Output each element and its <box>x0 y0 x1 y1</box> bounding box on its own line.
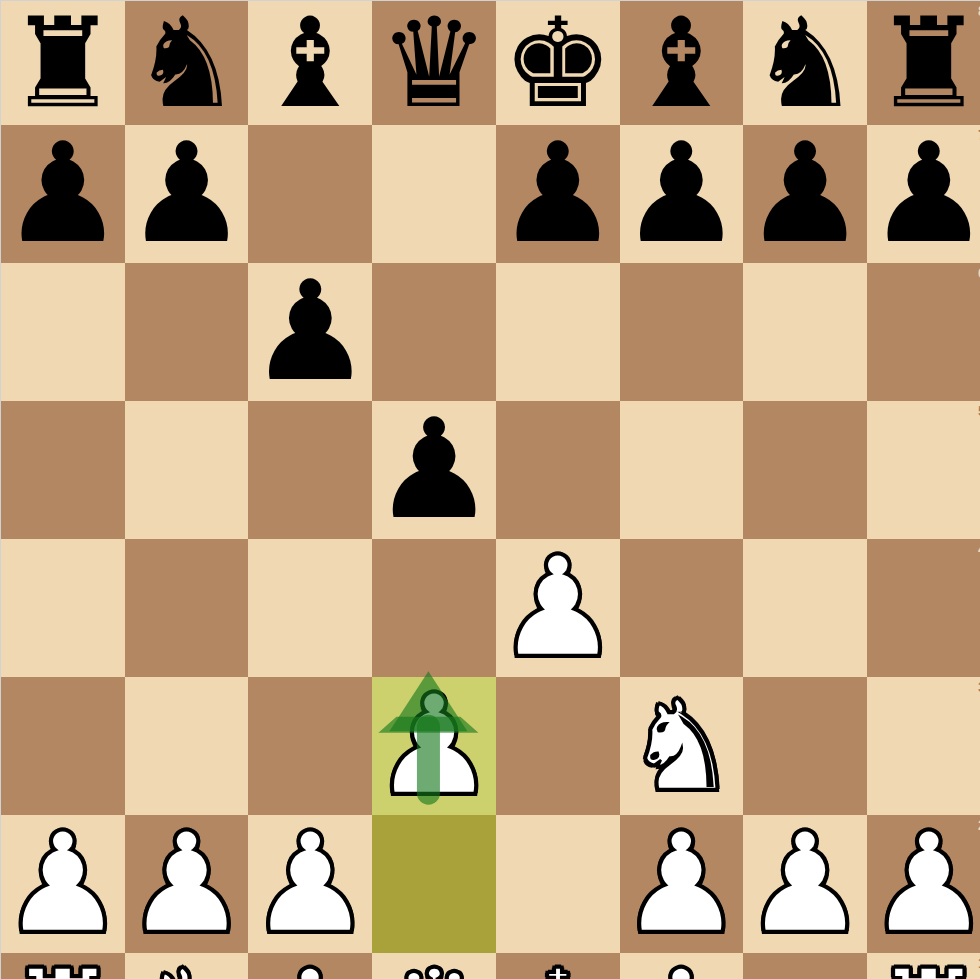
square-b4[interactable] <box>125 539 249 677</box>
piece-white-rook-a1[interactable]: ♜ <box>7 953 118 979</box>
square-d3[interactable]: ♟ <box>372 677 496 815</box>
square-d8[interactable]: ♛ <box>372 1 496 125</box>
piece-white-bishop-c1[interactable]: ♝ <box>255 953 366 979</box>
piece-black-pawn-e7[interactable]: ♟ <box>496 125 620 263</box>
piece-white-rook-h1[interactable]: ♜ <box>873 953 980 979</box>
square-h8[interactable]: ♜8 <box>867 1 980 125</box>
piece-black-pawn-d5[interactable]: ♟ <box>372 401 496 539</box>
square-h3[interactable]: 3 <box>867 677 980 815</box>
square-a2[interactable]: ♟ <box>1 815 125 953</box>
piece-white-pawn-h2[interactable]: ♟ <box>867 815 980 953</box>
square-e6[interactable] <box>496 263 620 401</box>
square-c2[interactable]: ♟ <box>248 815 372 953</box>
square-f4[interactable] <box>620 539 744 677</box>
square-h2[interactable]: ♟2 <box>867 815 980 953</box>
piece-black-pawn-a7[interactable]: ♟ <box>1 125 125 263</box>
square-f8[interactable]: ♝ <box>620 1 744 125</box>
square-e5[interactable] <box>496 401 620 539</box>
square-g5[interactable] <box>743 401 867 539</box>
square-d5[interactable]: ♟ <box>372 401 496 539</box>
piece-white-pawn-d3[interactable]: ♟ <box>372 677 496 815</box>
square-e4[interactable]: ♟ <box>496 539 620 677</box>
piece-white-king-e1[interactable]: ♚ <box>502 953 613 979</box>
piece-white-pawn-c2[interactable]: ♟ <box>248 815 372 953</box>
square-b5[interactable] <box>125 401 249 539</box>
square-a5[interactable] <box>1 401 125 539</box>
piece-white-pawn-g2[interactable]: ♟ <box>743 815 867 953</box>
piece-black-rook-h8[interactable]: ♜ <box>873 1 980 125</box>
square-g4[interactable] <box>743 539 867 677</box>
square-b3[interactable] <box>125 677 249 815</box>
square-d4[interactable] <box>372 539 496 677</box>
square-c1[interactable]: ♝c <box>248 953 372 979</box>
piece-black-rook-a8[interactable]: ♜ <box>7 1 118 125</box>
square-f2[interactable]: ♟ <box>620 815 744 953</box>
square-c8[interactable]: ♝ <box>248 1 372 125</box>
square-e1[interactable]: ♚e <box>496 953 620 979</box>
square-c6[interactable]: ♟ <box>248 263 372 401</box>
square-d6[interactable] <box>372 263 496 401</box>
square-a6[interactable] <box>1 263 125 401</box>
piece-white-queen-d1[interactable]: ♛ <box>378 953 489 979</box>
piece-white-pawn-f2[interactable]: ♟ <box>620 815 744 953</box>
square-d1[interactable]: ♛d <box>372 953 496 979</box>
square-e8[interactable]: ♚ <box>496 1 620 125</box>
square-b8[interactable]: ♞ <box>125 1 249 125</box>
square-g7[interactable]: ♟ <box>743 125 867 263</box>
square-a4[interactable] <box>1 539 125 677</box>
piece-white-bishop-f1[interactable]: ♝ <box>626 953 737 979</box>
piece-black-bishop-c8[interactable]: ♝ <box>255 1 366 125</box>
square-g3[interactable] <box>743 677 867 815</box>
square-g8[interactable]: ♞ <box>743 1 867 125</box>
piece-black-pawn-b7[interactable]: ♟ <box>125 125 249 263</box>
square-e3[interactable] <box>496 677 620 815</box>
page: ♜♞♝♛♚♝♞♜8♟♟♟♟♟♟7♟6♟5♟4♟♞3♟♟♟♟♟♟2♜a♞b♝c♛d… <box>0 0 980 979</box>
piece-black-queen-d8[interactable]: ♛ <box>378 1 489 125</box>
square-b1[interactable]: ♞b <box>125 953 249 979</box>
square-c7[interactable] <box>248 125 372 263</box>
piece-white-knight-f3[interactable]: ♞ <box>626 684 737 808</box>
square-f7[interactable]: ♟ <box>620 125 744 263</box>
square-h5[interactable]: 5 <box>867 401 980 539</box>
square-f1[interactable]: ♝f <box>620 953 744 979</box>
square-c3[interactable] <box>248 677 372 815</box>
square-h1[interactable]: ♜1h <box>867 953 980 979</box>
piece-black-pawn-f7[interactable]: ♟ <box>620 125 744 263</box>
square-a3[interactable] <box>1 677 125 815</box>
square-c5[interactable] <box>248 401 372 539</box>
piece-white-knight-b1[interactable]: ♞ <box>131 953 242 979</box>
chess-board: ♜♞♝♛♚♝♞♜8♟♟♟♟♟♟7♟6♟5♟4♟♞3♟♟♟♟♟♟2♜a♞b♝c♛d… <box>1 1 978 976</box>
piece-black-king-e8[interactable]: ♚ <box>502 1 613 125</box>
piece-black-pawn-h7[interactable]: ♟ <box>867 125 980 263</box>
square-g2[interactable]: ♟ <box>743 815 867 953</box>
square-f6[interactable] <box>620 263 744 401</box>
square-e7[interactable]: ♟ <box>496 125 620 263</box>
piece-white-pawn-b2[interactable]: ♟ <box>125 815 249 953</box>
square-h6[interactable]: 6 <box>867 263 980 401</box>
square-a7[interactable]: ♟ <box>1 125 125 263</box>
square-h7[interactable]: ♟7 <box>867 125 980 263</box>
piece-black-pawn-c6[interactable]: ♟ <box>248 263 372 401</box>
square-g6[interactable] <box>743 263 867 401</box>
piece-white-pawn-a2[interactable]: ♟ <box>1 815 125 953</box>
piece-black-knight-g8[interactable]: ♞ <box>750 1 861 125</box>
square-f5[interactable] <box>620 401 744 539</box>
square-d2[interactable] <box>372 815 496 953</box>
square-b6[interactable] <box>125 263 249 401</box>
square-d7[interactable] <box>372 125 496 263</box>
piece-black-knight-b8[interactable]: ♞ <box>131 1 242 125</box>
square-f3[interactable]: ♞ <box>620 677 744 815</box>
square-e2[interactable] <box>496 815 620 953</box>
square-a8[interactable]: ♜ <box>1 1 125 125</box>
piece-black-pawn-g7[interactable]: ♟ <box>743 125 867 263</box>
piece-white-pawn-e4[interactable]: ♟ <box>496 539 620 677</box>
piece-black-bishop-f8[interactable]: ♝ <box>626 1 737 125</box>
square-b7[interactable]: ♟ <box>125 125 249 263</box>
square-h4[interactable]: 4 <box>867 539 980 677</box>
square-c4[interactable] <box>248 539 372 677</box>
square-b2[interactable]: ♟ <box>125 815 249 953</box>
square-a1[interactable]: ♜a <box>1 953 125 979</box>
